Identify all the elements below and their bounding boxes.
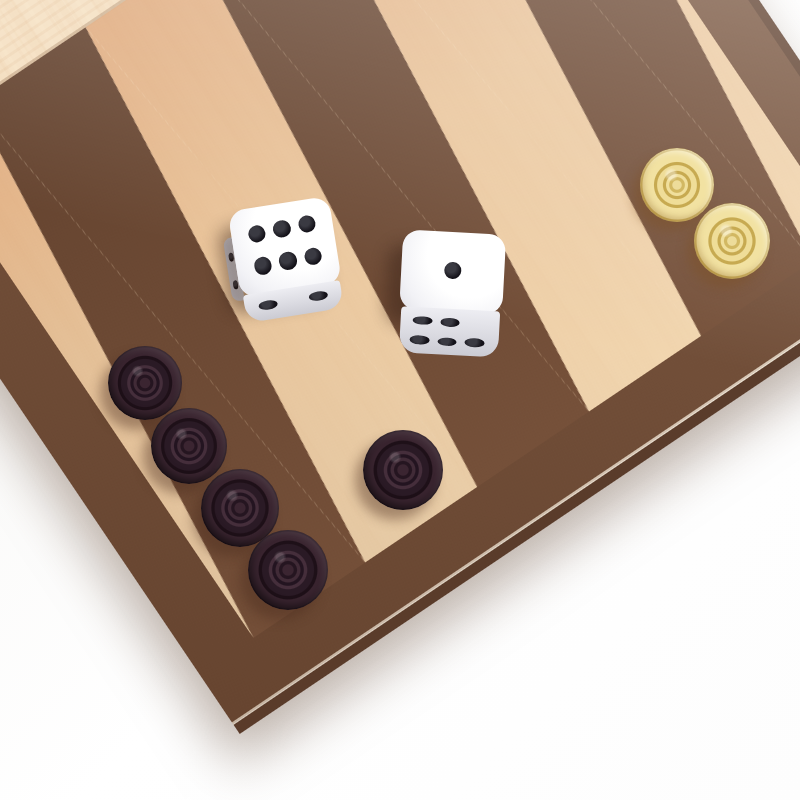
dark-checker[interactable] bbox=[151, 408, 227, 484]
die-pip bbox=[412, 316, 432, 326]
die-top-face bbox=[399, 229, 506, 314]
die-pip bbox=[272, 219, 292, 239]
die-pip bbox=[444, 261, 462, 279]
yellow-checker[interactable] bbox=[694, 203, 770, 279]
die-pip bbox=[308, 290, 328, 302]
die-right[interactable] bbox=[397, 229, 506, 360]
dark-checker[interactable] bbox=[248, 530, 328, 610]
die-pip bbox=[437, 337, 457, 347]
die-pip bbox=[258, 299, 278, 311]
die-pip bbox=[465, 338, 485, 348]
die-pip bbox=[409, 335, 429, 345]
photo-backdrop bbox=[0, 0, 800, 800]
die-pip bbox=[278, 251, 298, 271]
die-pip bbox=[440, 318, 460, 328]
dark-checker[interactable] bbox=[363, 430, 443, 510]
dark-checker[interactable] bbox=[108, 346, 182, 420]
die-pip bbox=[253, 256, 273, 276]
die-pip bbox=[247, 224, 267, 244]
die-pip bbox=[303, 246, 323, 266]
die-pip bbox=[297, 214, 317, 234]
yellow-checker[interactable] bbox=[640, 148, 714, 222]
die-left[interactable] bbox=[228, 196, 347, 327]
die-front-face bbox=[399, 306, 500, 357]
